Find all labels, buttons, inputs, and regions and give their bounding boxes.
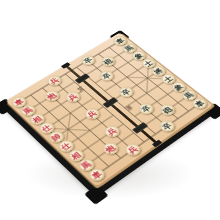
piece-black-soldier[interactable]: 卒 (157, 119, 177, 134)
xiangqi-set-product-photo: 楚河 漢界 車馬相仕帥仕相馬車炮炮兵兵兵兵兵卒卒卒卒卒砲砲車馬象士將士象馬車 (0, 0, 220, 220)
piece-red-soldier[interactable]: 兵 (63, 90, 83, 104)
piece-red-cannon[interactable]: 炮 (42, 89, 62, 103)
piece-black-cannon[interactable]: 砲 (98, 55, 117, 68)
piece-black-cannon[interactable]: 砲 (157, 103, 177, 118)
hinge (132, 122, 148, 134)
piece-black-soldier[interactable]: 卒 (136, 102, 156, 117)
piece-black-soldier[interactable]: 卒 (97, 69, 116, 83)
piece-black-soldier[interactable]: 卒 (116, 85, 136, 99)
piece-red-soldier[interactable]: 兵 (82, 107, 102, 122)
piece-red-soldier[interactable]: 兵 (102, 124, 122, 140)
piece-red-soldier[interactable]: 兵 (122, 142, 143, 158)
board-foot (84, 185, 109, 205)
piece-red-cannon[interactable]: 炮 (100, 141, 121, 157)
